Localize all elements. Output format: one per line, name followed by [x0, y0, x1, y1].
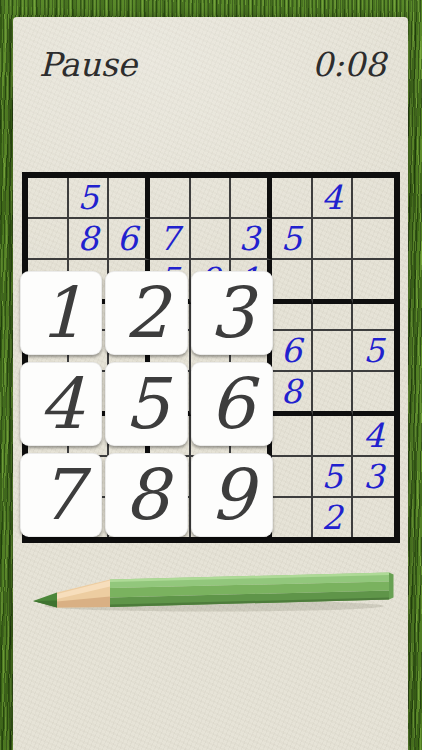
pause-button[interactable]: Pause: [39, 45, 137, 84]
cell-r4c7[interactable]: [272, 304, 313, 331]
cell-r1c8[interactable]: 4: [313, 178, 354, 219]
keypad-digit-8[interactable]: 8: [105, 453, 187, 537]
cell-r4c9[interactable]: [353, 304, 394, 331]
number-picker[interactable]: 123456789: [20, 271, 273, 528]
keypad-digit-3[interactable]: 3: [191, 271, 273, 355]
cell-r2c3[interactable]: 6: [109, 219, 150, 260]
cell-r2c8[interactable]: [313, 219, 354, 260]
cell-r3c9[interactable]: [353, 260, 394, 304]
cell-r1c5[interactable]: [191, 178, 232, 219]
cell-r2c5[interactable]: [191, 219, 232, 260]
cell-r1c6[interactable]: [231, 178, 272, 219]
keypad-digit-5[interactable]: 5: [105, 362, 187, 446]
cell-r7c8[interactable]: [313, 416, 354, 457]
cell-r1c2[interactable]: 5: [69, 178, 110, 219]
cell-r9c8[interactable]: 2: [313, 498, 354, 537]
keypad-digit-7[interactable]: 7: [20, 453, 102, 537]
cell-r5c9[interactable]: 5: [353, 331, 394, 372]
cell-r1c4[interactable]: [150, 178, 191, 219]
cell-r3c8[interactable]: [313, 260, 354, 304]
cell-r2c1[interactable]: [28, 219, 69, 260]
cell-r6c7[interactable]: 8: [272, 372, 313, 416]
cell-r1c1[interactable]: [28, 178, 69, 219]
cell-r5c7[interactable]: 6: [272, 331, 313, 372]
cell-r2c7[interactable]: 5: [272, 219, 313, 260]
cell-r5c8[interactable]: [313, 331, 354, 372]
cell-r9c7[interactable]: [272, 498, 313, 537]
cell-r2c2[interactable]: 8: [69, 219, 110, 260]
cell-r1c3[interactable]: [109, 178, 150, 219]
cell-r8c9[interactable]: 3: [353, 457, 394, 498]
cell-r9c9[interactable]: [353, 498, 394, 537]
cell-r8c7[interactable]: [272, 457, 313, 498]
cell-r7c9[interactable]: 4: [353, 416, 394, 457]
cell-r1c9[interactable]: [353, 178, 394, 219]
cell-r8c8[interactable]: 5: [313, 457, 354, 498]
keypad-digit-9[interactable]: 9: [191, 453, 273, 537]
cell-r2c6[interactable]: 3: [231, 219, 272, 260]
keypad-digit-6[interactable]: 6: [191, 362, 273, 446]
cell-r1c7[interactable]: [272, 178, 313, 219]
keypad-digit-4[interactable]: 4: [20, 362, 102, 446]
keypad-digit-2[interactable]: 2: [105, 271, 187, 355]
keypad-digit-1[interactable]: 1: [20, 271, 102, 355]
cell-r3c7[interactable]: [272, 260, 313, 304]
cell-r2c4[interactable]: 7: [150, 219, 191, 260]
cell-r4c8[interactable]: [313, 304, 354, 331]
timer: 0:08: [312, 45, 386, 84]
cell-r6c9[interactable]: [353, 372, 394, 416]
app-screen: Pause 0:08 548673559165845392 123456789: [0, 0, 422, 750]
cell-r2c9[interactable]: [353, 219, 394, 260]
cell-r6c8[interactable]: [313, 372, 354, 416]
paper-sheet: Pause 0:08 548673559165845392 123456789: [13, 17, 408, 750]
cell-r7c7[interactable]: [272, 416, 313, 457]
